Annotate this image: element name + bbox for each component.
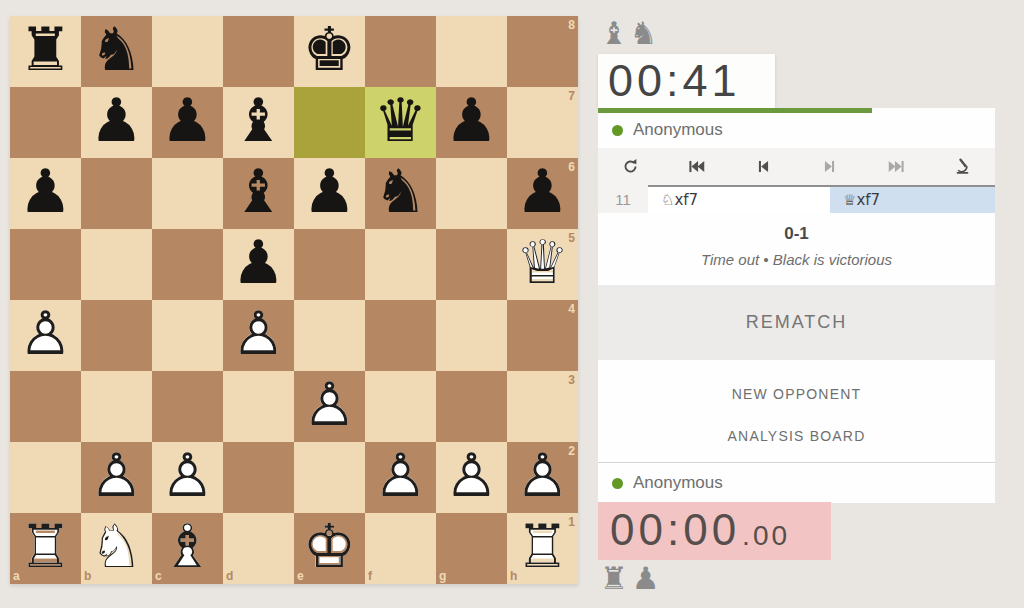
square-b2[interactable]: ♟♙ xyxy=(81,442,152,513)
piece-white-pawn-outline: ♙ xyxy=(374,439,428,510)
piece-black-bishop[interactable]: ♝ xyxy=(232,84,286,155)
square-f3[interactable] xyxy=(365,371,436,442)
piece-white-knight[interactable]: ♞ xyxy=(90,510,144,581)
square-c3[interactable] xyxy=(152,371,223,442)
piece-white-pawn-outline: ♙ xyxy=(161,439,215,510)
file-label-d: d xyxy=(226,569,233,583)
piece-black-knight[interactable]: ♞ xyxy=(374,155,428,226)
follow-up-box: NEW OPPONENT ANALYSIS BOARD xyxy=(598,360,995,462)
result-description: Time out • Black is victorious xyxy=(598,251,995,268)
rank-label-1: 1 xyxy=(568,515,575,529)
captured-pawn-icon: ♟ xyxy=(632,560,664,596)
rank-label-8: 8 xyxy=(568,18,575,32)
captured-pieces-top: ♝♞ xyxy=(600,14,660,52)
square-c5[interactable] xyxy=(152,229,223,300)
square-f8[interactable] xyxy=(365,16,436,87)
square-h6[interactable]: ♟6 xyxy=(507,158,578,229)
piece-white-pawn[interactable]: ♟ xyxy=(303,368,357,439)
square-c6[interactable] xyxy=(152,158,223,229)
square-d8[interactable] xyxy=(223,16,294,87)
square-b1[interactable]: ♞♘b xyxy=(81,513,152,584)
piece-white-pawn[interactable]: ♟ xyxy=(90,439,144,510)
chess-board[interactable]: ♜♞♚8♟♟♝♛♟7♟♝♟♞♟6♟♛♕5♟♙♟♙4♟♙3♟♙♟♙♟♙♟♙♟♙2♜… xyxy=(10,16,578,584)
skip-to-last-icon[interactable] xyxy=(886,157,906,177)
move-navigation-bar xyxy=(598,148,995,185)
player-top-name: Anonymous xyxy=(633,120,723,140)
square-b8[interactable]: ♞ xyxy=(81,16,152,87)
square-f5[interactable] xyxy=(365,229,436,300)
rematch-button[interactable]: REMATCH xyxy=(598,285,995,360)
square-f7[interactable]: ♛ xyxy=(365,87,436,158)
piece-white-pawn[interactable]: ♟ xyxy=(516,439,570,510)
square-e5[interactable] xyxy=(294,229,365,300)
piece-white-pawn-outline: ♙ xyxy=(90,439,144,510)
square-h1[interactable]: ♜♖1h xyxy=(507,513,578,584)
captured-pieces-bottom: ♜♟ xyxy=(600,558,664,598)
white-clock-flagged: 00:00 .00 xyxy=(598,502,831,560)
square-h2[interactable]: ♟♙2 xyxy=(507,442,578,513)
square-b5[interactable] xyxy=(81,229,152,300)
piece-white-pawn[interactable]: ♟ xyxy=(161,439,215,510)
square-e2[interactable] xyxy=(294,442,365,513)
white-clock-fraction: .00 xyxy=(742,520,790,552)
square-g3[interactable] xyxy=(436,371,507,442)
square-a5[interactable] xyxy=(10,229,81,300)
result-score: 0-1 xyxy=(598,224,995,244)
white-clock-time: 00:00 xyxy=(610,502,740,558)
square-h8[interactable]: 8 xyxy=(507,16,578,87)
square-e1[interactable]: ♚♔e xyxy=(294,513,365,584)
file-label-e: e xyxy=(297,569,304,583)
piece-black-pawn[interactable]: ♟ xyxy=(303,155,357,226)
square-g4[interactable] xyxy=(436,300,507,371)
piece-black-pawn[interactable]: ♟ xyxy=(232,226,286,297)
square-b7[interactable]: ♟ xyxy=(81,87,152,158)
piece-white-queen[interactable]: ♛ xyxy=(516,226,570,297)
game-result-box: 0-1 Time out • Black is victorious xyxy=(598,213,995,285)
black-clock-time: 00:41 xyxy=(608,55,741,107)
player-bottom-name: Anonymous xyxy=(633,473,723,493)
square-d4[interactable]: ♟♙ xyxy=(223,300,294,371)
step-back-icon[interactable] xyxy=(753,157,773,177)
square-c7[interactable]: ♟ xyxy=(152,87,223,158)
rank-label-6: 6 xyxy=(568,160,575,174)
move-black-active[interactable]: ♕xf7 xyxy=(830,185,995,213)
piece-black-pawn[interactable]: ♟ xyxy=(19,155,73,226)
file-label-a: a xyxy=(13,569,20,583)
analysis-board-button[interactable]: ANALYSIS BOARD xyxy=(728,428,866,444)
piece-white-bishop[interactable]: ♝ xyxy=(161,510,215,581)
square-e7[interactable] xyxy=(294,87,365,158)
captured-bishop-icon: ♝ xyxy=(600,15,630,51)
online-status-dot xyxy=(612,125,623,136)
piece-white-rook-outline: ♖ xyxy=(19,510,73,581)
square-d6[interactable]: ♝ xyxy=(223,158,294,229)
square-f1[interactable]: f xyxy=(365,513,436,584)
file-label-c: c xyxy=(155,569,162,583)
analysis-microscope-icon[interactable] xyxy=(953,157,973,177)
piece-white-king[interactable]: ♚ xyxy=(303,510,357,581)
piece-white-rook-outline: ♖ xyxy=(516,510,570,581)
online-status-dot xyxy=(612,478,623,489)
square-f4[interactable] xyxy=(365,300,436,371)
square-g2[interactable]: ♟♙ xyxy=(436,442,507,513)
player-bottom-box: Anonymous xyxy=(598,462,995,503)
square-c2[interactable]: ♟♙ xyxy=(152,442,223,513)
square-b3[interactable] xyxy=(81,371,152,442)
step-forward-icon[interactable] xyxy=(820,157,840,177)
flip-board-icon[interactable] xyxy=(620,157,640,177)
square-g7[interactable]: ♟ xyxy=(436,87,507,158)
captured-knight-icon: ♞ xyxy=(630,15,660,51)
square-a2[interactable] xyxy=(10,442,81,513)
rank-label-3: 3 xyxy=(568,373,575,387)
square-b6[interactable] xyxy=(81,158,152,229)
piece-white-rook[interactable]: ♜ xyxy=(19,510,73,581)
piece-white-pawn[interactable]: ♟ xyxy=(232,297,286,368)
piece-black-pawn[interactable]: ♟ xyxy=(161,84,215,155)
move-number: 11 xyxy=(598,185,648,213)
square-h4[interactable]: 4 xyxy=(507,300,578,371)
square-d3[interactable] xyxy=(223,371,294,442)
piece-white-pawn[interactable]: ♟ xyxy=(19,297,73,368)
square-a8[interactable]: ♜ xyxy=(10,16,81,87)
square-e3[interactable]: ♟♙ xyxy=(294,371,365,442)
square-a7[interactable] xyxy=(10,87,81,158)
piece-white-pawn-outline: ♙ xyxy=(445,439,499,510)
square-e8[interactable]: ♚ xyxy=(294,16,365,87)
file-label-b: b xyxy=(84,569,91,583)
rank-label-2: 2 xyxy=(568,444,575,458)
piece-black-pawn[interactable]: ♟ xyxy=(90,84,144,155)
square-d7[interactable]: ♝ xyxy=(223,87,294,158)
captured-rook-icon: ♜ xyxy=(600,560,632,596)
piece-black-bishop[interactable]: ♝ xyxy=(232,155,286,226)
piece-white-pawn-outline: ♙ xyxy=(516,439,570,510)
square-f2[interactable]: ♟♙ xyxy=(365,442,436,513)
square-g6[interactable] xyxy=(436,158,507,229)
time-progress-bar xyxy=(598,108,872,113)
player-top-box: Anonymous xyxy=(598,108,995,148)
square-f6[interactable]: ♞ xyxy=(365,158,436,229)
square-g8[interactable] xyxy=(436,16,507,87)
square-a4[interactable]: ♟♙ xyxy=(10,300,81,371)
piece-white-knight-outline: ♘ xyxy=(90,510,144,581)
square-b4[interactable] xyxy=(81,300,152,371)
new-opponent-button[interactable]: NEW OPPONENT xyxy=(732,386,862,402)
file-label-f: f xyxy=(368,569,372,583)
square-c8[interactable] xyxy=(152,16,223,87)
file-label-g: g xyxy=(439,569,446,583)
square-h5[interactable]: ♛♕5 xyxy=(507,229,578,300)
piece-white-pawn-outline: ♙ xyxy=(232,297,286,368)
square-e6[interactable]: ♟ xyxy=(294,158,365,229)
square-h7[interactable]: 7 xyxy=(507,87,578,158)
square-d5[interactable]: ♟ xyxy=(223,229,294,300)
rank-label-5: 5 xyxy=(568,231,575,245)
square-g5[interactable] xyxy=(436,229,507,300)
piece-black-king[interactable]: ♚ xyxy=(303,13,357,84)
black-clock: 00:41 xyxy=(598,54,775,108)
square-a6[interactable]: ♟ xyxy=(10,158,81,229)
piece-black-pawn[interactable]: ♟ xyxy=(516,155,570,226)
piece-white-pawn[interactable]: ♟ xyxy=(445,439,499,510)
piece-black-queen[interactable]: ♛ xyxy=(374,84,428,155)
rank-label-4: 4 xyxy=(568,302,575,316)
piece-white-pawn[interactable]: ♟ xyxy=(374,439,428,510)
square-d2[interactable] xyxy=(223,442,294,513)
square-d1[interactable]: d xyxy=(223,513,294,584)
piece-white-pawn-outline: ♙ xyxy=(303,368,357,439)
move-white[interactable]: ♘xf7 xyxy=(648,185,830,213)
piece-white-king-outline: ♔ xyxy=(303,510,357,581)
piece-black-knight[interactable]: ♞ xyxy=(90,13,144,84)
skip-to-first-icon[interactable] xyxy=(687,157,707,177)
piece-white-rook[interactable]: ♜ xyxy=(516,510,570,581)
piece-black-pawn[interactable]: ♟ xyxy=(445,84,499,155)
piece-white-bishop-outline: ♗ xyxy=(161,510,215,581)
square-e4[interactable] xyxy=(294,300,365,371)
square-c4[interactable] xyxy=(152,300,223,371)
piece-white-pawn-outline: ♙ xyxy=(19,297,73,368)
square-h3[interactable]: 3 xyxy=(507,371,578,442)
square-c1[interactable]: ♝♗c xyxy=(152,513,223,584)
square-a3[interactable] xyxy=(10,371,81,442)
square-a1[interactable]: ♜♖a xyxy=(10,513,81,584)
file-label-h: h xyxy=(510,569,517,583)
square-g1[interactable]: g xyxy=(436,513,507,584)
move-list-row: 11 ♘xf7 ♕xf7 xyxy=(598,185,995,213)
piece-white-queen-outline: ♕ xyxy=(516,226,570,297)
rank-label-7: 7 xyxy=(568,89,575,103)
piece-black-rook[interactable]: ♜ xyxy=(19,13,73,84)
